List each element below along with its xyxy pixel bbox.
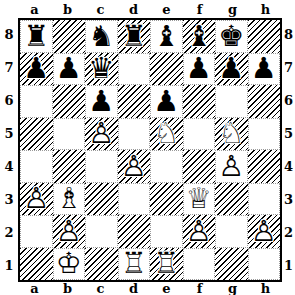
piece-glyph: ♟ [53, 53, 86, 86]
rank-label-right-6: 6 [282, 84, 295, 117]
square-a8[interactable]: ♜♜ [20, 20, 53, 53]
rank-label-left-6: 6 [0, 84, 18, 117]
piece-glyph: ♜ [20, 20, 53, 53]
file-label-top-b: b [51, 0, 84, 18]
square-h1[interactable] [248, 248, 281, 281]
file-label-bottom-c: c [84, 282, 117, 295]
square-h6[interactable] [248, 85, 281, 118]
piece-white-knight[interactable]: ♞♘ [150, 118, 183, 151]
piece-glyph: ♖ [150, 248, 183, 281]
square-f5[interactable] [183, 118, 216, 151]
square-d8[interactable]: ♜♜ [118, 20, 151, 53]
square-d6[interactable] [118, 85, 151, 118]
rank-label-left-2: 2 [0, 216, 18, 249]
square-f4[interactable] [183, 150, 216, 183]
square-c2[interactable] [85, 215, 118, 248]
square-g6[interactable] [215, 85, 248, 118]
file-label-top-c: c [84, 0, 117, 18]
file-label-top-g: g [216, 0, 249, 18]
square-b3[interactable]: ♝♗ [53, 183, 86, 216]
square-e4[interactable] [150, 150, 183, 183]
square-b1[interactable]: ♚♔ [53, 248, 86, 281]
rank-label-right-4: 4 [282, 150, 295, 183]
square-d2[interactable] [118, 215, 151, 248]
piece-black-pawn[interactable]: ♟♟ [183, 53, 216, 86]
square-d3[interactable] [118, 183, 151, 216]
piece-white-queen[interactable]: ♛♕ [183, 183, 216, 216]
square-b6[interactable] [53, 85, 86, 118]
rank-label-right-3: 3 [282, 183, 295, 216]
square-d7[interactable] [118, 53, 151, 86]
square-h3[interactable] [248, 183, 281, 216]
piece-glyph: ♙ [20, 183, 53, 216]
square-g4[interactable]: ♟♙ [215, 150, 248, 183]
piece-white-pawn[interactable]: ♟♙ [118, 150, 151, 183]
piece-white-pawn[interactable]: ♟♙ [215, 150, 248, 183]
square-e6[interactable]: ♟♟ [150, 85, 183, 118]
piece-black-bishop[interactable]: ♝♝ [150, 20, 183, 53]
chess-diagram: abcdefgh 87654321 ♜♜♞♞♜♜♝♝♝♝♚♚♟♟♟♟♛♛♟♟♟♟… [0, 0, 295, 295]
square-g2[interactable] [215, 215, 248, 248]
piece-glyph: ♙ [215, 150, 248, 183]
piece-white-rook[interactable]: ♜♖ [150, 248, 183, 281]
piece-glyph: ♙ [53, 215, 86, 248]
rank-label-left-1: 1 [0, 249, 18, 282]
square-h7[interactable]: ♟♟ [248, 53, 281, 86]
square-h4[interactable] [248, 150, 281, 183]
piece-glyph: ♟ [248, 53, 281, 86]
square-a2[interactable] [20, 215, 53, 248]
rank-label-left-8: 8 [0, 18, 18, 51]
piece-white-knight[interactable]: ♞♘ [215, 118, 248, 151]
piece-black-pawn[interactable]: ♟♟ [85, 85, 118, 118]
piece-white-bishop[interactable]: ♝♗ [53, 183, 86, 216]
rank-label-right-5: 5 [282, 117, 295, 150]
piece-glyph: ♞ [85, 20, 118, 53]
square-f6[interactable] [183, 85, 216, 118]
square-g8[interactable]: ♚♚ [215, 20, 248, 53]
file-label-bottom-f: f [183, 282, 216, 295]
piece-white-pawn[interactable]: ♟♙ [53, 215, 86, 248]
piece-black-rook[interactable]: ♜♜ [20, 20, 53, 53]
piece-glyph: ♛ [85, 53, 118, 86]
rank-label-right-7: 7 [282, 51, 295, 84]
square-e7[interactable] [150, 53, 183, 86]
square-g1[interactable] [215, 248, 248, 281]
piece-black-king[interactable]: ♚♚ [215, 20, 248, 53]
square-f3[interactable]: ♛♕ [183, 183, 216, 216]
piece-black-pawn[interactable]: ♟♟ [53, 53, 86, 86]
square-e2[interactable] [150, 215, 183, 248]
square-a7[interactable]: ♟♟ [20, 53, 53, 86]
file-labels-top: abcdefgh [18, 0, 282, 18]
square-a4[interactable] [20, 150, 53, 183]
piece-white-pawn[interactable]: ♟♙ [85, 118, 118, 151]
piece-glyph: ♚ [215, 20, 248, 53]
file-label-top-f: f [183, 0, 216, 18]
square-d4[interactable]: ♟♙ [118, 150, 151, 183]
square-c6[interactable]: ♟♟ [85, 85, 118, 118]
piece-black-pawn[interactable]: ♟♟ [215, 53, 248, 86]
piece-glyph: ♝ [150, 20, 183, 53]
piece-glyph: ♟ [150, 85, 183, 118]
piece-black-knight[interactable]: ♞♞ [85, 20, 118, 53]
square-d1[interactable]: ♜♖ [118, 248, 151, 281]
file-label-bottom-d: d [117, 282, 150, 295]
piece-white-rook[interactable]: ♜♖ [118, 248, 151, 281]
rank-label-right-1: 1 [282, 249, 295, 282]
square-b4[interactable] [53, 150, 86, 183]
square-a6[interactable] [20, 85, 53, 118]
piece-glyph: ♙ [183, 215, 216, 248]
piece-glyph: ♘ [215, 118, 248, 151]
piece-glyph: ♟ [215, 53, 248, 86]
rank-labels-right: 87654321 [282, 18, 295, 282]
square-c4[interactable] [85, 150, 118, 183]
piece-glyph: ♔ [53, 248, 86, 281]
rank-label-left-7: 7 [0, 51, 18, 84]
square-e3[interactable] [150, 183, 183, 216]
piece-white-pawn[interactable]: ♟♙ [248, 215, 281, 248]
piece-black-bishop[interactable]: ♝♝ [183, 20, 216, 53]
square-h2[interactable]: ♟♙ [248, 215, 281, 248]
square-f1[interactable] [183, 248, 216, 281]
file-label-top-a: a [18, 0, 51, 18]
piece-glyph: ♖ [118, 248, 151, 281]
piece-glyph: ♘ [150, 118, 183, 151]
square-e5[interactable]: ♞♘ [150, 118, 183, 151]
square-f2[interactable]: ♟♙ [183, 215, 216, 248]
piece-black-rook[interactable]: ♜♜ [118, 20, 151, 53]
file-labels-bottom: abcdefgh [18, 282, 282, 295]
rank-labels-left: 87654321 [0, 18, 18, 282]
piece-glyph: ♕ [183, 183, 216, 216]
chess-board: ♜♜♞♞♜♜♝♝♝♝♚♚♟♟♟♟♛♛♟♟♟♟♟♟♟♟♟♟♟♙♞♘♞♘♟♙♟♙♟♙… [18, 18, 282, 282]
piece-black-pawn[interactable]: ♟♟ [20, 53, 53, 86]
file-label-bottom-h: h [249, 282, 282, 295]
piece-white-pawn[interactable]: ♟♙ [20, 183, 53, 216]
square-b7[interactable]: ♟♟ [53, 53, 86, 86]
square-c5[interactable]: ♟♙ [85, 118, 118, 151]
square-c8[interactable]: ♞♞ [85, 20, 118, 53]
square-g7[interactable]: ♟♟ [215, 53, 248, 86]
square-h8[interactable] [248, 20, 281, 53]
piece-white-king[interactable]: ♚♔ [53, 248, 86, 281]
file-label-bottom-a: a [18, 282, 51, 295]
square-a3[interactable]: ♟♙ [20, 183, 53, 216]
piece-white-pawn[interactable]: ♟♙ [183, 215, 216, 248]
piece-glyph: ♟ [183, 53, 216, 86]
piece-black-pawn[interactable]: ♟♟ [248, 53, 281, 86]
file-label-top-e: e [150, 0, 183, 18]
square-c7[interactable]: ♛♛ [85, 53, 118, 86]
square-c1[interactable] [85, 248, 118, 281]
square-f7[interactable]: ♟♟ [183, 53, 216, 86]
piece-glyph: ♙ [85, 118, 118, 151]
square-e1[interactable]: ♜♖ [150, 248, 183, 281]
square-c3[interactable] [85, 183, 118, 216]
piece-glyph: ♜ [118, 20, 151, 53]
piece-glyph: ♙ [118, 150, 151, 183]
square-g5[interactable]: ♞♘ [215, 118, 248, 151]
square-a1[interactable] [20, 248, 53, 281]
piece-black-pawn[interactable]: ♟♟ [150, 85, 183, 118]
piece-glyph: ♟ [20, 53, 53, 86]
square-h5[interactable] [248, 118, 281, 151]
rank-label-right-8: 8 [282, 18, 295, 51]
piece-glyph: ♙ [248, 215, 281, 248]
rank-label-left-5: 5 [0, 117, 18, 150]
square-f8[interactable]: ♝♝ [183, 20, 216, 53]
square-b2[interactable]: ♟♙ [53, 215, 86, 248]
file-label-bottom-g: g [216, 282, 249, 295]
square-a5[interactable] [20, 118, 53, 151]
file-label-bottom-e: e [150, 282, 183, 295]
piece-glyph: ♟ [85, 85, 118, 118]
piece-glyph: ♝ [183, 20, 216, 53]
rank-label-left-4: 4 [0, 150, 18, 183]
rank-label-left-3: 3 [0, 183, 18, 216]
piece-black-queen[interactable]: ♛♛ [85, 53, 118, 86]
file-label-top-d: d [117, 0, 150, 18]
square-b5[interactable] [53, 118, 86, 151]
file-label-bottom-b: b [51, 282, 84, 295]
square-d5[interactable] [118, 118, 151, 151]
square-g3[interactable] [215, 183, 248, 216]
file-label-top-h: h [249, 0, 282, 18]
piece-glyph: ♗ [53, 183, 86, 216]
square-b8[interactable] [53, 20, 86, 53]
square-e8[interactable]: ♝♝ [150, 20, 183, 53]
rank-label-right-2: 2 [282, 216, 295, 249]
